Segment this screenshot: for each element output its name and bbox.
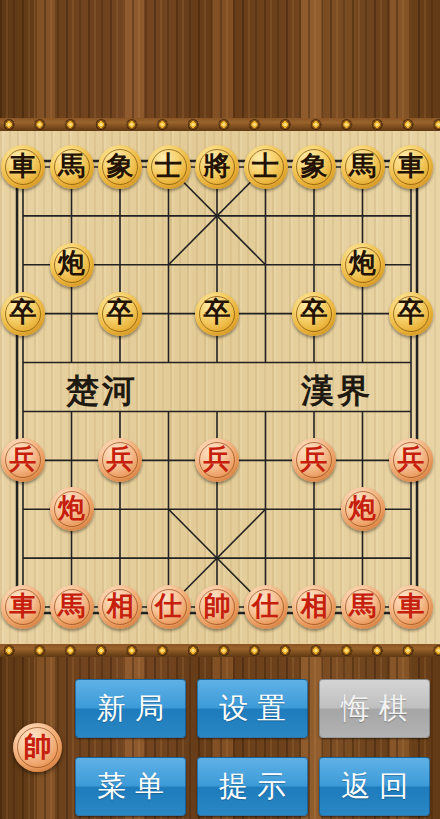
river-label-chu: 楚河 xyxy=(66,369,138,414)
piece-glyph: 仕 xyxy=(155,593,182,620)
piece-glyph: 將 xyxy=(204,153,231,180)
hint-button[interactable]: 提示 xyxy=(197,757,308,816)
piece-glyph: 馬 xyxy=(349,593,376,620)
new-game-button[interactable]: 新局 xyxy=(75,679,186,738)
piece-red-chariot[interactable]: 車 xyxy=(389,585,433,629)
piece-glyph: 馬 xyxy=(58,593,85,620)
hint-button-label: 提示 xyxy=(210,767,295,807)
piece-glyph: 兵 xyxy=(107,446,134,473)
piece-glyph: 卒 xyxy=(107,299,134,326)
piece-glyph: 兵 xyxy=(398,446,425,473)
control-buttons: 新局设置悔棋菜单提示返回 xyxy=(75,679,430,816)
piece-glyph: 馬 xyxy=(349,153,376,180)
piece-glyph: 卒 xyxy=(204,299,231,326)
piece-black-chariot[interactable]: 車 xyxy=(389,145,433,189)
piece-black-advisor[interactable]: 士 xyxy=(147,145,191,189)
back-button[interactable]: 返回 xyxy=(319,757,430,816)
piece-black-general[interactable]: 將 xyxy=(195,145,239,189)
piece-red-soldier[interactable]: 兵 xyxy=(98,438,142,482)
piece-black-elephant[interactable]: 象 xyxy=(292,145,336,189)
piece-glyph: 相 xyxy=(107,593,134,620)
piece-black-cannon[interactable]: 炮 xyxy=(341,243,385,287)
piece-glyph: 仕 xyxy=(252,593,279,620)
piece-red-cannon[interactable]: 炮 xyxy=(341,487,385,531)
piece-red-horse[interactable]: 馬 xyxy=(50,585,94,629)
piece-glyph: 卒 xyxy=(301,299,328,326)
piece-glyph: 卒 xyxy=(10,299,37,326)
piece-black-soldier[interactable]: 卒 xyxy=(389,292,433,336)
undo-button[interactable]: 悔棋 xyxy=(319,679,430,738)
red-general-glyph: 帥 xyxy=(24,733,52,761)
piece-black-soldier[interactable]: 卒 xyxy=(292,292,336,336)
piece-glyph: 相 xyxy=(301,593,328,620)
piece-red-soldier[interactable]: 兵 xyxy=(1,438,45,482)
piece-glyph: 炮 xyxy=(58,495,85,522)
river-label-han: 漢界 xyxy=(301,369,373,414)
piece-glyph: 兵 xyxy=(10,446,37,473)
piece-glyph: 車 xyxy=(10,593,37,620)
xiangqi-board[interactable]: 楚河 漢界 車馬象士將士象馬車炮炮卒卒卒卒卒兵兵兵兵兵炮炮車馬相仕帥仕相馬車 xyxy=(0,131,440,644)
piece-glyph: 士 xyxy=(252,153,279,180)
xiangqi-app-screen: 楚河 漢界 車馬象士將士象馬車炮炮卒卒卒卒卒兵兵兵兵兵炮炮車馬相仕帥仕相馬車 帥… xyxy=(0,0,440,819)
piece-glyph: 帥 xyxy=(204,593,231,620)
piece-red-soldier[interactable]: 兵 xyxy=(292,438,336,482)
settings-button-label: 设置 xyxy=(210,689,295,729)
piece-black-horse[interactable]: 馬 xyxy=(50,145,94,189)
piece-red-advisor[interactable]: 仕 xyxy=(147,585,191,629)
piece-black-advisor[interactable]: 士 xyxy=(244,145,288,189)
piece-glyph: 炮 xyxy=(349,250,376,277)
piece-black-soldier[interactable]: 卒 xyxy=(98,292,142,336)
piece-red-soldier[interactable]: 兵 xyxy=(389,438,433,482)
undo-button-label: 悔棋 xyxy=(332,689,417,729)
piece-glyph: 馬 xyxy=(58,153,85,180)
menu-button-label: 菜单 xyxy=(88,767,173,807)
piece-glyph: 象 xyxy=(301,153,328,180)
piece-glyph: 象 xyxy=(107,153,134,180)
bottom-rivet-rail xyxy=(0,644,440,657)
piece-black-cannon[interactable]: 炮 xyxy=(50,243,94,287)
piece-red-cannon[interactable]: 炮 xyxy=(50,487,94,531)
piece-black-soldier[interactable]: 卒 xyxy=(195,292,239,336)
piece-glyph: 炮 xyxy=(349,495,376,522)
piece-glyph: 車 xyxy=(398,593,425,620)
piece-black-horse[interactable]: 馬 xyxy=(341,145,385,189)
piece-red-advisor[interactable]: 仕 xyxy=(244,585,288,629)
piece-black-elephant[interactable]: 象 xyxy=(98,145,142,189)
piece-glyph: 卒 xyxy=(398,299,425,326)
new-game-button-label: 新局 xyxy=(88,689,173,729)
piece-glyph: 車 xyxy=(10,153,37,180)
piece-red-horse[interactable]: 馬 xyxy=(341,585,385,629)
piece-red-elephant[interactable]: 相 xyxy=(98,585,142,629)
piece-black-soldier[interactable]: 卒 xyxy=(1,292,45,336)
piece-red-soldier[interactable]: 兵 xyxy=(195,438,239,482)
piece-red-chariot[interactable]: 車 xyxy=(1,585,45,629)
piece-glyph: 兵 xyxy=(301,446,328,473)
piece-black-chariot[interactable]: 車 xyxy=(1,145,45,189)
turn-indicator: 帥 xyxy=(13,723,62,772)
piece-glyph: 車 xyxy=(398,153,425,180)
piece-red-elephant[interactable]: 相 xyxy=(292,585,336,629)
menu-button[interactable]: 菜单 xyxy=(75,757,186,816)
piece-glyph: 士 xyxy=(155,153,182,180)
piece-glyph: 炮 xyxy=(58,250,85,277)
top-rivet-rail xyxy=(0,118,440,131)
settings-button[interactable]: 设置 xyxy=(197,679,308,738)
piece-glyph: 兵 xyxy=(204,446,231,473)
back-button-label: 返回 xyxy=(332,767,417,807)
piece-red-general[interactable]: 帥 xyxy=(195,585,239,629)
